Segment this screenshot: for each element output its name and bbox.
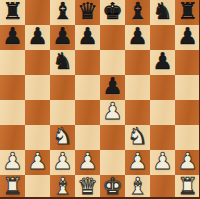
square-f2[interactable]: ♟: [125, 150, 150, 175]
square-h6[interactable]: [175, 50, 200, 75]
square-d7[interactable]: ♟: [75, 25, 100, 50]
square-e2[interactable]: [100, 150, 125, 175]
black-pawn-e5[interactable]: ♟: [102, 75, 123, 99]
square-c2[interactable]: ♟: [50, 150, 75, 175]
square-b3[interactable]: [25, 125, 50, 150]
black-bishop-f8[interactable]: ♝: [127, 0, 148, 24]
square-d8[interactable]: ♛: [75, 0, 100, 25]
black-pawn-f7[interactable]: ♟: [127, 25, 148, 49]
square-d6[interactable]: [75, 50, 100, 75]
square-b4[interactable]: [25, 100, 50, 125]
square-h7[interactable]: ♟: [175, 25, 200, 50]
board-grid: ♜♝♛♚♝♞♜♟♟♟♟♟♟♞♟♟♟♞♞♟♟♟♟♟♟♟♜♝♛♚♝♜: [0, 0, 200, 199]
square-a8[interactable]: ♜: [0, 0, 25, 25]
black-pawn-c7[interactable]: ♟: [52, 25, 73, 49]
square-b7[interactable]: ♟: [25, 25, 50, 50]
square-b5[interactable]: [25, 75, 50, 100]
black-pawn-h7[interactable]: ♟: [177, 25, 198, 49]
square-e5[interactable]: ♟: [100, 75, 125, 100]
square-h3[interactable]: [175, 125, 200, 150]
white-knight-f3[interactable]: ♞: [127, 125, 148, 149]
square-c4[interactable]: [50, 100, 75, 125]
square-h2[interactable]: ♟: [175, 150, 200, 175]
white-pawn-a2[interactable]: ♟: [2, 150, 23, 174]
square-a6[interactable]: [0, 50, 25, 75]
black-pawn-d7[interactable]: ♟: [77, 25, 98, 49]
black-pawn-a7[interactable]: ♟: [2, 25, 23, 49]
square-g8[interactable]: ♞: [150, 0, 175, 25]
square-h1[interactable]: ♜: [175, 175, 200, 199]
square-b6[interactable]: [25, 50, 50, 75]
black-knight-g8[interactable]: ♞: [152, 0, 173, 24]
square-c7[interactable]: ♟: [50, 25, 75, 50]
square-d5[interactable]: [75, 75, 100, 100]
white-pawn-g2[interactable]: ♟: [152, 150, 173, 174]
white-pawn-b2[interactable]: ♟: [27, 150, 48, 174]
square-g4[interactable]: [150, 100, 175, 125]
black-pawn-b7[interactable]: ♟: [27, 25, 48, 49]
square-d1[interactable]: ♛: [75, 175, 100, 199]
square-a1[interactable]: ♜: [0, 175, 25, 199]
square-b2[interactable]: ♟: [25, 150, 50, 175]
square-f4[interactable]: [125, 100, 150, 125]
black-bishop-c8[interactable]: ♝: [52, 0, 73, 24]
white-queen-d1[interactable]: ♛: [77, 175, 98, 199]
square-f1[interactable]: ♝: [125, 175, 150, 199]
square-e4[interactable]: ♟: [100, 100, 125, 125]
square-h5[interactable]: [175, 75, 200, 100]
square-a3[interactable]: [0, 125, 25, 150]
white-pawn-d2[interactable]: ♟: [77, 150, 98, 174]
square-e6[interactable]: [100, 50, 125, 75]
black-rook-a8[interactable]: ♜: [2, 0, 23, 24]
square-c3[interactable]: ♞: [50, 125, 75, 150]
square-g1[interactable]: [150, 175, 175, 199]
board-edge-right: [199, 0, 200, 199]
square-e7[interactable]: [100, 25, 125, 50]
square-d2[interactable]: ♟: [75, 150, 100, 175]
black-rook-h8[interactable]: ♜: [177, 0, 198, 24]
square-f8[interactable]: ♝: [125, 0, 150, 25]
square-f7[interactable]: ♟: [125, 25, 150, 50]
square-a2[interactable]: ♟: [0, 150, 25, 175]
square-d4[interactable]: [75, 100, 100, 125]
square-h8[interactable]: ♜: [175, 0, 200, 25]
white-rook-h1[interactable]: ♜: [177, 175, 198, 199]
square-c6[interactable]: ♞: [50, 50, 75, 75]
square-b1[interactable]: [25, 175, 50, 199]
white-bishop-c1[interactable]: ♝: [52, 175, 73, 199]
square-e8[interactable]: ♚: [100, 0, 125, 25]
square-g3[interactable]: [150, 125, 175, 150]
square-g5[interactable]: [150, 75, 175, 100]
square-d3[interactable]: [75, 125, 100, 150]
white-bishop-f1[interactable]: ♝: [127, 175, 148, 199]
square-e1[interactable]: ♚: [100, 175, 125, 199]
square-f5[interactable]: [125, 75, 150, 100]
black-knight-c6[interactable]: ♞: [52, 50, 73, 74]
square-b8[interactable]: [25, 0, 50, 25]
chess-board: ♜♝♛♚♝♞♜♟♟♟♟♟♟♞♟♟♟♞♞♟♟♟♟♟♟♟♜♝♛♚♝♜: [0, 0, 200, 199]
square-a5[interactable]: [0, 75, 25, 100]
square-c1[interactable]: ♝: [50, 175, 75, 199]
square-g2[interactable]: ♟: [150, 150, 175, 175]
board-edge-bottom: [0, 197, 200, 199]
square-e3[interactable]: [100, 125, 125, 150]
square-a7[interactable]: ♟: [0, 25, 25, 50]
square-c5[interactable]: [50, 75, 75, 100]
square-g6[interactable]: ♟: [150, 50, 175, 75]
white-rook-a1[interactable]: ♜: [2, 175, 23, 199]
white-pawn-h2[interactable]: ♟: [177, 150, 198, 174]
white-pawn-f2[interactable]: ♟: [127, 150, 148, 174]
black-pawn-g6[interactable]: ♟: [152, 50, 173, 74]
square-g7[interactable]: [150, 25, 175, 50]
black-queen-d8[interactable]: ♛: [77, 0, 98, 24]
white-knight-c3[interactable]: ♞: [52, 125, 73, 149]
black-king-e8[interactable]: ♚: [102, 0, 123, 24]
square-f6[interactable]: [125, 50, 150, 75]
white-pawn-c2[interactable]: ♟: [52, 150, 73, 174]
square-a4[interactable]: [0, 100, 25, 125]
square-c8[interactable]: ♝: [50, 0, 75, 25]
white-pawn-e4[interactable]: ♟: [102, 100, 123, 124]
white-king-e1[interactable]: ♚: [102, 175, 123, 199]
square-h4[interactable]: [175, 100, 200, 125]
square-f3[interactable]: ♞: [125, 125, 150, 150]
